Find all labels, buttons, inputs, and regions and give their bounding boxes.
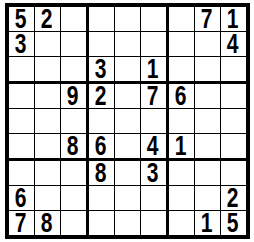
cell-r1c3[interactable] xyxy=(61,7,86,31)
cell-r7c3[interactable] xyxy=(61,161,86,185)
given-digit: 6 xyxy=(175,84,187,108)
cell-r5c7[interactable] xyxy=(169,109,194,133)
cell-r4c6[interactable]: 7 xyxy=(141,84,166,108)
cell-r3c8[interactable] xyxy=(195,57,220,81)
cell-r3c7[interactable] xyxy=(169,57,194,81)
cell-r3c5[interactable] xyxy=(115,57,140,81)
cell-r4c9[interactable] xyxy=(221,84,246,108)
given-digit: 5 xyxy=(227,211,239,235)
cell-r9c5[interactable] xyxy=(115,211,140,235)
given-digit: 9 xyxy=(67,84,79,108)
cell-r2c2[interactable] xyxy=(35,32,60,56)
cell-r2c6[interactable] xyxy=(141,32,166,56)
given-digit: 2 xyxy=(95,84,107,108)
cell-r5c2[interactable] xyxy=(35,109,60,133)
cell-r3c2[interactable] xyxy=(35,57,60,81)
given-digit: 7 xyxy=(15,211,27,235)
cell-r1c5[interactable] xyxy=(115,7,140,31)
given-digit: 8 xyxy=(41,211,53,235)
cell-r2c8[interactable] xyxy=(195,32,220,56)
cell-r6c5[interactable] xyxy=(115,134,140,158)
cell-r8c1[interactable]: 6 xyxy=(9,186,34,210)
given-digit: 2 xyxy=(41,7,53,31)
cell-r3c4[interactable]: 3 xyxy=(89,57,114,81)
cell-r6c4[interactable]: 6 xyxy=(89,134,114,158)
given-digit: 3 xyxy=(95,57,107,81)
cell-r8c6[interactable] xyxy=(141,186,166,210)
cell-r1c6[interactable] xyxy=(141,7,166,31)
cell-r4c2[interactable] xyxy=(35,84,60,108)
cell-r2c4[interactable] xyxy=(89,32,114,56)
cell-r4c4[interactable]: 2 xyxy=(89,84,114,108)
cell-r2c9[interactable]: 4 xyxy=(221,32,246,56)
cell-r7c1[interactable] xyxy=(9,161,34,185)
cell-r4c8[interactable] xyxy=(195,84,220,108)
cell-r6c3[interactable]: 8 xyxy=(61,134,86,158)
given-digit: 3 xyxy=(15,32,27,56)
cell-r6c1[interactable] xyxy=(9,134,34,158)
cell-r1c8[interactable]: 7 xyxy=(195,7,220,31)
cell-r9c1[interactable]: 7 xyxy=(9,211,34,235)
cell-r8c7[interactable] xyxy=(169,186,194,210)
given-digit: 7 xyxy=(147,84,159,108)
cell-r7c9[interactable] xyxy=(221,161,246,185)
cell-r9c3[interactable] xyxy=(61,211,86,235)
cell-r6c2[interactable] xyxy=(35,134,60,158)
cell-r3c1[interactable] xyxy=(9,57,34,81)
cell-r9c2[interactable]: 8 xyxy=(35,211,60,235)
cell-r3c6[interactable]: 1 xyxy=(141,57,166,81)
cell-r5c6[interactable] xyxy=(141,109,166,133)
given-digit: 5 xyxy=(15,7,27,31)
cell-r7c4[interactable]: 8 xyxy=(89,161,114,185)
cell-r3c3[interactable] xyxy=(61,57,86,81)
cell-r1c7[interactable] xyxy=(169,7,194,31)
cell-r2c1[interactable]: 3 xyxy=(9,32,34,56)
cell-r5c3[interactable] xyxy=(61,109,86,133)
cell-r4c7[interactable]: 6 xyxy=(169,84,194,108)
sudoku-board: 527134319276864183627815 xyxy=(5,3,250,239)
given-digit: 8 xyxy=(95,161,107,185)
cell-r6c9[interactable] xyxy=(221,134,246,158)
cell-r1c2[interactable]: 2 xyxy=(35,7,60,31)
cell-r2c5[interactable] xyxy=(115,32,140,56)
cell-r8c5[interactable] xyxy=(115,186,140,210)
given-digit: 4 xyxy=(227,32,239,56)
given-digit: 6 xyxy=(95,134,107,158)
given-digit: 1 xyxy=(147,57,159,81)
cell-r4c5[interactable] xyxy=(115,84,140,108)
given-digit: 1 xyxy=(227,7,239,31)
given-digit: 7 xyxy=(201,7,213,31)
cell-r7c6[interactable]: 3 xyxy=(141,161,166,185)
cell-r6c8[interactable] xyxy=(195,134,220,158)
cell-r6c6[interactable]: 4 xyxy=(141,134,166,158)
cell-r8c2[interactable] xyxy=(35,186,60,210)
cell-r3c9[interactable] xyxy=(221,57,246,81)
cell-r8c3[interactable] xyxy=(61,186,86,210)
cell-r9c4[interactable] xyxy=(89,211,114,235)
cell-r4c1[interactable] xyxy=(9,84,34,108)
cell-r4c3[interactable]: 9 xyxy=(61,84,86,108)
cell-r5c1[interactable] xyxy=(9,109,34,133)
cell-r1c4[interactable] xyxy=(89,7,114,31)
cell-r9c9[interactable]: 5 xyxy=(221,211,246,235)
cell-r2c3[interactable] xyxy=(61,32,86,56)
cell-r7c8[interactable] xyxy=(195,161,220,185)
given-digit: 3 xyxy=(147,161,159,185)
cell-r5c8[interactable] xyxy=(195,109,220,133)
cell-r7c7[interactable] xyxy=(169,161,194,185)
cell-r9c7[interactable] xyxy=(169,211,194,235)
given-digit: 1 xyxy=(175,134,187,158)
given-digit: 4 xyxy=(147,134,159,158)
cell-r9c8[interactable]: 1 xyxy=(195,211,220,235)
given-digit: 1 xyxy=(201,211,213,235)
cell-r1c1[interactable]: 5 xyxy=(9,7,34,31)
cell-r5c9[interactable] xyxy=(221,109,246,133)
cell-r8c4[interactable] xyxy=(89,186,114,210)
cell-r7c5[interactable] xyxy=(115,161,140,185)
cell-r8c8[interactable] xyxy=(195,186,220,210)
given-digit: 8 xyxy=(67,134,79,158)
cell-r8c9[interactable]: 2 xyxy=(221,186,246,210)
cell-r6c7[interactable]: 1 xyxy=(169,134,194,158)
cell-r5c4[interactable] xyxy=(89,109,114,133)
given-digit: 2 xyxy=(227,186,239,210)
cell-r9c6[interactable] xyxy=(141,211,166,235)
cell-r5c5[interactable] xyxy=(115,109,140,133)
cell-r1c9[interactable]: 1 xyxy=(221,7,246,31)
given-digit: 6 xyxy=(15,186,27,210)
cell-r2c7[interactable] xyxy=(169,32,194,56)
cell-r7c2[interactable] xyxy=(35,161,60,185)
